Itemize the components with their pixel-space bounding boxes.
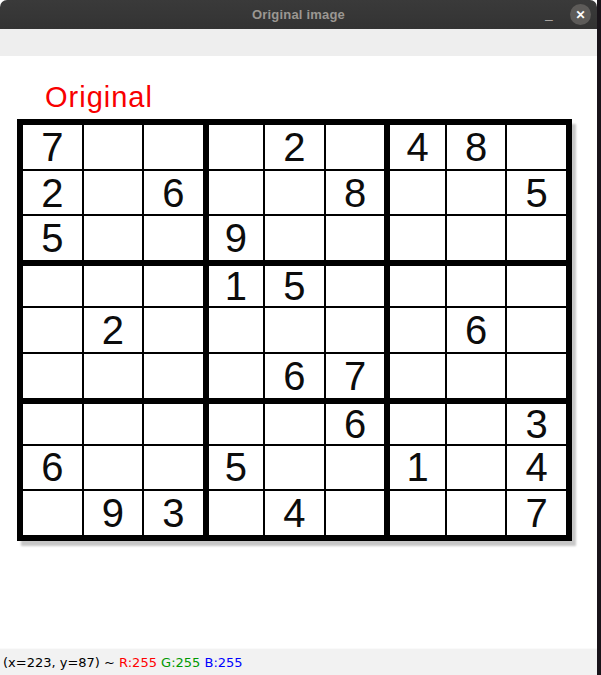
sudoku-cell-r7c8 bbox=[447, 400, 506, 444]
sudoku-cell-r2c7 bbox=[386, 171, 445, 215]
sudoku-cell-r7c2 bbox=[84, 400, 143, 444]
sudoku-cell-r9c9: 7 bbox=[507, 491, 566, 535]
sudoku-cell-r1c8: 8 bbox=[447, 125, 506, 169]
sudoku-cell-r3c4: 9 bbox=[205, 216, 264, 260]
sudoku-cell-r8c4: 5 bbox=[205, 446, 264, 490]
sudoku-cell-r2c2 bbox=[84, 171, 143, 215]
toolbar-strip bbox=[0, 29, 597, 56]
window-title: Original image bbox=[0, 7, 597, 22]
sudoku-cell-r8c2 bbox=[84, 446, 143, 490]
sudoku-cell-r3c9 bbox=[507, 216, 566, 260]
sudoku-cell-r4c9 bbox=[507, 262, 566, 306]
sudoku-cell-r5c5 bbox=[265, 308, 324, 352]
sudoku-cell-r5c7 bbox=[386, 308, 445, 352]
sudoku-cell-r6c2 bbox=[84, 354, 143, 398]
sudoku-cell-r2c4 bbox=[205, 171, 264, 215]
sudoku-cell-r8c9: 4 bbox=[507, 446, 566, 490]
sudoku-cell-r3c3 bbox=[144, 216, 203, 260]
sudoku-cell-r4c5: 5 bbox=[265, 262, 324, 306]
sudoku-cell-r2c6: 8 bbox=[326, 171, 385, 215]
status-bar: (x=223, y=87) ~ R:255 G:255 B:255 bbox=[0, 648, 597, 675]
sudoku-cell-r9c1 bbox=[23, 491, 82, 535]
sudoku-cell-r1c6 bbox=[326, 125, 385, 169]
sudoku-cell-r6c4 bbox=[205, 354, 264, 398]
status-red-value: R:255 bbox=[119, 655, 157, 670]
image-label: Original bbox=[45, 81, 153, 114]
sudoku-cell-r8c5 bbox=[265, 446, 324, 490]
sudoku-cell-r4c4: 1 bbox=[205, 262, 264, 306]
sudoku-cell-r8c7: 1 bbox=[386, 446, 445, 490]
sudoku-cell-r3c1: 5 bbox=[23, 216, 82, 260]
sudoku-cell-r6c7 bbox=[386, 354, 445, 398]
sudoku-cell-r5c3 bbox=[144, 308, 203, 352]
status-blue-value: B:255 bbox=[204, 655, 242, 670]
minimize-icon: – bbox=[545, 14, 553, 24]
sudoku-cell-r8c6 bbox=[326, 446, 385, 490]
sudoku-cell-r3c5 bbox=[265, 216, 324, 260]
sudoku-cell-r2c8 bbox=[447, 171, 506, 215]
sudoku-cell-r7c6: 6 bbox=[326, 400, 385, 444]
sudoku-board: 72482685591526676365149347 bbox=[17, 119, 572, 541]
sudoku-cell-r8c3 bbox=[144, 446, 203, 490]
sudoku-cell-r4c6 bbox=[326, 262, 385, 306]
close-button[interactable]: ✕ bbox=[570, 4, 591, 25]
sudoku-cell-r7c5 bbox=[265, 400, 324, 444]
sudoku-cell-r8c8 bbox=[447, 446, 506, 490]
sudoku-cell-r5c2: 2 bbox=[84, 308, 143, 352]
sudoku-cell-r2c9: 5 bbox=[507, 171, 566, 215]
minimize-button[interactable]: – bbox=[540, 6, 558, 24]
sudoku-cell-r9c3: 3 bbox=[144, 491, 203, 535]
sudoku-cell-r9c6 bbox=[326, 491, 385, 535]
sudoku-cell-r4c7 bbox=[386, 262, 445, 306]
sudoku-cell-r2c1: 2 bbox=[23, 171, 82, 215]
sudoku-cell-r9c8 bbox=[447, 491, 506, 535]
sudoku-cell-r1c7: 4 bbox=[386, 125, 445, 169]
sudoku-cell-r9c5: 4 bbox=[265, 491, 324, 535]
sudoku-cell-r1c3 bbox=[144, 125, 203, 169]
window-titlebar[interactable]: Original image – ✕ bbox=[0, 0, 597, 29]
sudoku-cell-r3c6 bbox=[326, 216, 385, 260]
app-window: Original image – ✕ Original 724826855915… bbox=[0, 0, 601, 675]
sudoku-cell-r3c7 bbox=[386, 216, 445, 260]
sudoku-cell-r1c1: 7 bbox=[23, 125, 82, 169]
sudoku-cell-r5c8: 6 bbox=[447, 308, 506, 352]
sudoku-cell-r6c9 bbox=[507, 354, 566, 398]
sudoku-cell-r7c4 bbox=[205, 400, 264, 444]
sudoku-cell-r4c3 bbox=[144, 262, 203, 306]
sudoku-cell-r5c6 bbox=[326, 308, 385, 352]
sudoku-cell-r5c9 bbox=[507, 308, 566, 352]
sudoku-cell-r7c3 bbox=[144, 400, 203, 444]
window-controls: – ✕ bbox=[540, 0, 591, 29]
sudoku-cell-r8c1: 6 bbox=[23, 446, 82, 490]
sudoku-cell-r7c9: 3 bbox=[507, 400, 566, 444]
status-coordinates: (x=223, y=87) ~ bbox=[3, 655, 119, 670]
sudoku-cell-r3c8 bbox=[447, 216, 506, 260]
sudoku-cell-r2c5 bbox=[265, 171, 324, 215]
sudoku-cell-r6c8 bbox=[447, 354, 506, 398]
sudoku-cell-r4c1 bbox=[23, 262, 82, 306]
sudoku-cell-r1c9 bbox=[507, 125, 566, 169]
close-icon: ✕ bbox=[575, 8, 585, 22]
sudoku-cell-r6c3 bbox=[144, 354, 203, 398]
sudoku-cell-r5c4 bbox=[205, 308, 264, 352]
sudoku-cell-r3c2 bbox=[84, 216, 143, 260]
sudoku-cell-r7c7 bbox=[386, 400, 445, 444]
sudoku-cell-r1c5: 2 bbox=[265, 125, 324, 169]
sudoku-cell-r2c3: 6 bbox=[144, 171, 203, 215]
sudoku-cell-r4c8 bbox=[447, 262, 506, 306]
sudoku-cell-r6c1 bbox=[23, 354, 82, 398]
status-green-value: G:255 bbox=[161, 655, 200, 670]
sudoku-cell-r1c4 bbox=[205, 125, 264, 169]
sudoku-cell-r6c5: 6 bbox=[265, 354, 324, 398]
image-canvas[interactable]: Original 72482685591526676365149347 bbox=[0, 56, 597, 648]
sudoku-cell-r1c2 bbox=[84, 125, 143, 169]
sudoku-cell-r9c7 bbox=[386, 491, 445, 535]
sudoku-cell-r7c1 bbox=[23, 400, 82, 444]
sudoku-cell-r9c2: 9 bbox=[84, 491, 143, 535]
sudoku-cell-r4c2 bbox=[84, 262, 143, 306]
sudoku-cell-r6c6: 7 bbox=[326, 354, 385, 398]
sudoku-cell-r9c4 bbox=[205, 491, 264, 535]
sudoku-cell-r5c1 bbox=[23, 308, 82, 352]
